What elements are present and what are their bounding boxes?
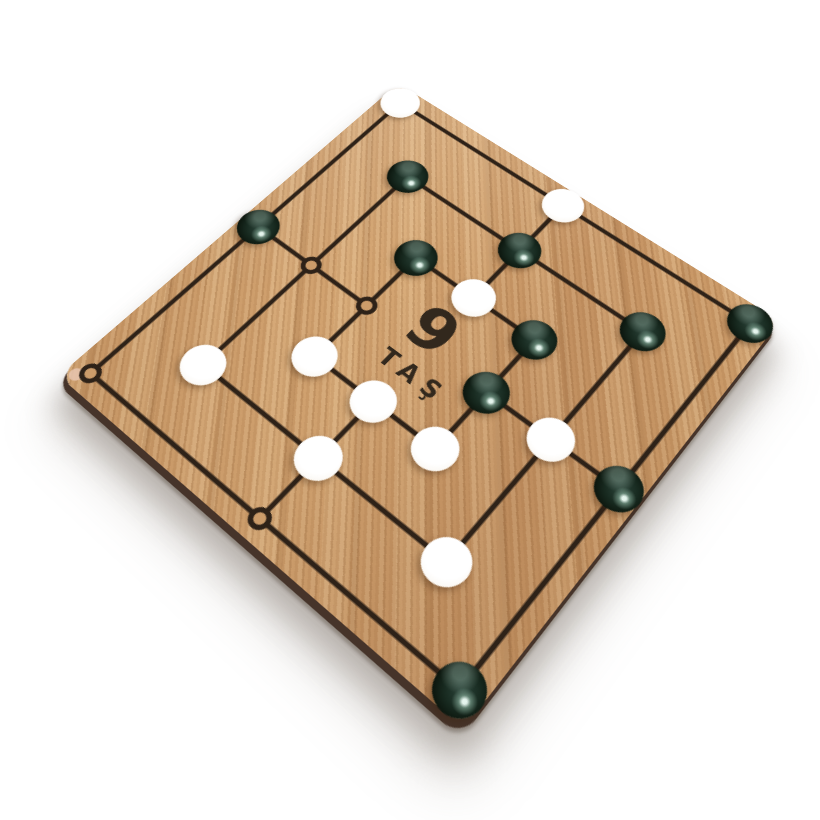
morris-board: 9 TAŞ [59, 83, 781, 729]
board-scene: 9 TAŞ [0, 0, 820, 820]
